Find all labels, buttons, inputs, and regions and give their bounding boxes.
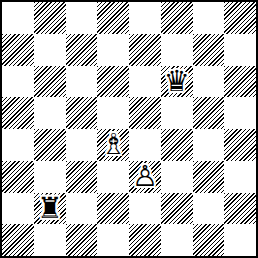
- square-e2[interactable]: [129, 193, 161, 225]
- square-f5[interactable]: [161, 97, 193, 129]
- square-h6[interactable]: [224, 66, 256, 98]
- square-e7[interactable]: [129, 34, 161, 66]
- square-g6[interactable]: [193, 66, 225, 98]
- white-pawn-glyph: ♙: [129, 161, 161, 193]
- square-d3[interactable]: [97, 161, 129, 193]
- square-e3[interactable]: ♟♙: [129, 161, 161, 193]
- square-d4[interactable]: ♝♗: [97, 129, 129, 161]
- square-h1[interactable]: [224, 224, 256, 256]
- square-f2[interactable]: [161, 193, 193, 225]
- square-d5[interactable]: [97, 97, 129, 129]
- square-g8[interactable]: [193, 2, 225, 34]
- square-h3[interactable]: [224, 161, 256, 193]
- square-b3[interactable]: [34, 161, 66, 193]
- square-c3[interactable]: [66, 161, 98, 193]
- square-e6[interactable]: [129, 66, 161, 98]
- square-a5[interactable]: [2, 97, 34, 129]
- square-e4[interactable]: [129, 129, 161, 161]
- square-d7[interactable]: [97, 34, 129, 66]
- square-h7[interactable]: [224, 34, 256, 66]
- square-c5[interactable]: [66, 97, 98, 129]
- square-h8[interactable]: [224, 2, 256, 34]
- white-pawn: ♟♙: [129, 161, 161, 193]
- square-a1[interactable]: [2, 224, 34, 256]
- square-c8[interactable]: [66, 2, 98, 34]
- square-d1[interactable]: [97, 224, 129, 256]
- white-bishop: ♝♗: [97, 129, 129, 161]
- square-d6[interactable]: [97, 66, 129, 98]
- black-rook: ♜♜: [34, 193, 66, 225]
- square-g3[interactable]: [193, 161, 225, 193]
- square-f7[interactable]: [161, 34, 193, 66]
- chess-board-frame: ♛♛♝♗♟♙♜♜: [0, 0, 258, 258]
- square-b5[interactable]: [34, 97, 66, 129]
- square-g2[interactable]: [193, 193, 225, 225]
- square-f8[interactable]: [161, 2, 193, 34]
- square-a6[interactable]: [2, 66, 34, 98]
- square-a3[interactable]: [2, 161, 34, 193]
- square-f3[interactable]: [161, 161, 193, 193]
- square-a2[interactable]: [2, 193, 34, 225]
- square-b1[interactable]: [34, 224, 66, 256]
- square-e1[interactable]: [129, 224, 161, 256]
- square-g1[interactable]: [193, 224, 225, 256]
- square-c4[interactable]: [66, 129, 98, 161]
- square-d2[interactable]: [97, 193, 129, 225]
- white-bishop-glyph: ♗: [97, 129, 129, 161]
- black-rook-glyph: ♜: [34, 193, 66, 225]
- black-queen: ♛♛: [161, 66, 193, 98]
- square-c7[interactable]: [66, 34, 98, 66]
- square-c2[interactable]: [66, 193, 98, 225]
- square-b2[interactable]: ♜♜: [34, 193, 66, 225]
- square-e5[interactable]: [129, 97, 161, 129]
- square-h4[interactable]: [224, 129, 256, 161]
- square-h2[interactable]: [224, 193, 256, 225]
- square-c1[interactable]: [66, 224, 98, 256]
- square-b6[interactable]: [34, 66, 66, 98]
- square-f6[interactable]: ♛♛: [161, 66, 193, 98]
- black-queen-glyph: ♛: [161, 66, 193, 98]
- square-b7[interactable]: [34, 34, 66, 66]
- square-c6[interactable]: [66, 66, 98, 98]
- square-g7[interactable]: [193, 34, 225, 66]
- chess-board: ♛♛♝♗♟♙♜♜: [2, 2, 256, 256]
- square-f4[interactable]: [161, 129, 193, 161]
- square-b4[interactable]: [34, 129, 66, 161]
- square-a4[interactable]: [2, 129, 34, 161]
- square-f1[interactable]: [161, 224, 193, 256]
- square-g4[interactable]: [193, 129, 225, 161]
- square-d8[interactable]: [97, 2, 129, 34]
- square-a7[interactable]: [2, 34, 34, 66]
- square-e8[interactable]: [129, 2, 161, 34]
- square-a8[interactable]: [2, 2, 34, 34]
- square-g5[interactable]: [193, 97, 225, 129]
- square-h5[interactable]: [224, 97, 256, 129]
- square-b8[interactable]: [34, 2, 66, 34]
